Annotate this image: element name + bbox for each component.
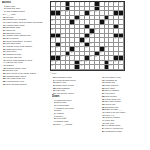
cell-number: 33 <box>90 24 92 26</box>
cell-number: 54 <box>61 56 63 58</box>
cell-number: 67 <box>110 65 112 67</box>
cell-number: 52 <box>71 52 73 54</box>
cell-number: 10 <box>105 2 107 4</box>
cell-number: 8 <box>90 2 91 4</box>
cell-number: 40 <box>85 38 87 40</box>
cell-number: 35 <box>51 29 53 31</box>
cell-number: 60 <box>80 61 82 63</box>
cell-number: 64 <box>119 61 121 63</box>
clue-text: Mississippi feeder <box>105 130 148 132</box>
cell-number: 4 <box>71 2 72 4</box>
cell-number: 32 <box>71 24 73 26</box>
cell-number: 21 <box>51 15 53 17</box>
copyright-line: © 2008 <box>50 72 56 74</box>
cell-number: 25 <box>110 15 112 17</box>
cell-number: 34 <box>100 24 102 26</box>
cell-number: 5 <box>76 2 77 4</box>
cell-number: 49 <box>85 47 87 49</box>
cell-number: 12 <box>114 2 116 4</box>
cell-number: 39 <box>51 38 53 40</box>
clue-text: River through campus <box>6 83 47 85</box>
cell-number: 29 <box>76 20 78 22</box>
cell-number: 15 <box>71 6 73 8</box>
cell-number: 42 <box>119 38 121 40</box>
cell-number: 65 <box>51 65 53 67</box>
cell-number: 62 <box>110 61 112 63</box>
cell-number: 45 <box>90 43 92 45</box>
cell-number: 37 <box>61 34 63 36</box>
cell-number: 56 <box>90 56 92 58</box>
cell-number: 7 <box>85 2 86 4</box>
cell-number: 14 <box>51 6 53 8</box>
cell-number: 44 <box>80 43 82 45</box>
cell-number: 36 <box>95 29 97 31</box>
cell-number: 17 <box>61 11 63 13</box>
cell-number: 63 <box>114 61 116 63</box>
cell-number: 51 <box>51 52 53 54</box>
cell-number: 28 <box>51 20 53 22</box>
clue-number: 10 <box>52 123 55 125</box>
cell-number: 48 <box>76 47 78 49</box>
clue-number: 60 <box>2 83 5 85</box>
cell-number: 59 <box>56 61 58 63</box>
cell-number: 1 <box>51 2 52 4</box>
cell-number: 53 <box>100 52 102 54</box>
cell-number: 22 <box>56 15 58 17</box>
cell-number: 55 <box>66 56 68 58</box>
cell-number: 24 <box>85 15 87 17</box>
section-header-across: Across <box>2 1 47 4</box>
cell-number: 16 <box>100 6 102 8</box>
cell-number: 19 <box>90 11 92 13</box>
clue-number: 56 <box>101 130 104 132</box>
clue-item: 56Mississippi feeder <box>101 130 148 132</box>
cell-number: 3 <box>61 2 62 4</box>
clue-item: 60River through campus <box>2 83 47 85</box>
cell-number: 41 <box>114 38 116 40</box>
cell-number: 50 <box>105 47 107 49</box>
clue-text: Hall director, briefly <box>56 92 97 94</box>
cell-number: 30 <box>105 20 107 22</box>
cell-number: 9 <box>100 2 101 4</box>
cell-number: 46 <box>51 47 53 49</box>
cell-number: 66 <box>80 65 82 67</box>
cell-number: 38 <box>90 34 92 36</box>
clue-column-right: 11Iron Range yield12Compass dir.13Snowy … <box>101 76 148 150</box>
puzzle-page: 1234567891011121314151617181920212223242… <box>0 0 150 150</box>
cell-number: 61 <box>85 61 87 63</box>
clue-item: 10Tater ___ hotdish <box>52 123 97 125</box>
cell-number: 57 <box>95 56 97 58</box>
cell-number: 27 <box>119 15 121 17</box>
cell-number: 26 <box>114 15 116 17</box>
cell-number: 23 <box>80 15 82 17</box>
cell-number: 47 <box>56 47 58 49</box>
cell-number: 18 <box>66 11 68 13</box>
crossword-grid: 1234567891011121314151617181920212223242… <box>50 1 125 71</box>
cell-number: 6 <box>80 2 81 4</box>
cell-number: 2 <box>56 2 57 4</box>
cell-number: 58 <box>51 61 53 63</box>
cell-number: 13 <box>119 2 121 4</box>
clue-column-left: Across1Brief fight5Sushi bar soup9Wall-c… <box>2 1 47 149</box>
grid-cell[interactable] <box>119 65 124 70</box>
cell-number: 11 <box>110 2 112 4</box>
cell-number: 31 <box>51 24 53 26</box>
cell-number: 43 <box>61 43 63 45</box>
clue-column-middle: 62Registrar's roster64Frosh housing opti… <box>52 76 97 150</box>
section-header-down: Down <box>52 95 97 98</box>
cell-number: 20 <box>95 11 97 13</box>
clue-text: Tater ___ hotdish <box>56 123 97 125</box>
